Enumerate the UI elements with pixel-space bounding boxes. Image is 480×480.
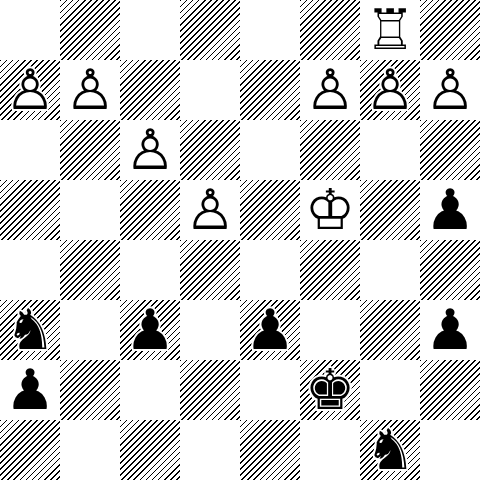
square-d7[interactable] [180, 60, 240, 120]
square-d6[interactable] [180, 120, 240, 180]
square-g2[interactable] [360, 360, 420, 420]
white-pawn-piece[interactable]: ♙ [420, 60, 480, 120]
square-c5[interactable] [120, 180, 180, 240]
square-f8[interactable] [300, 0, 360, 60]
square-h5[interactable]: ♟♟ [420, 180, 480, 240]
black-pawn-piece[interactable]: ♟ [240, 300, 300, 360]
square-c1[interactable] [120, 420, 180, 480]
square-c3[interactable]: ♟♟ [120, 300, 180, 360]
square-a4[interactable] [0, 240, 60, 300]
square-d3[interactable] [180, 300, 240, 360]
square-g7[interactable]: ♟♙ [360, 60, 420, 120]
white-pawn-piece[interactable]: ♙ [0, 60, 60, 120]
square-e5[interactable] [240, 180, 300, 240]
square-a7[interactable]: ♟♙ [0, 60, 60, 120]
square-b8[interactable] [60, 0, 120, 60]
square-g6[interactable] [360, 120, 420, 180]
square-d8[interactable] [180, 0, 240, 60]
square-b3[interactable] [60, 300, 120, 360]
square-g8[interactable]: ♜♖ [360, 0, 420, 60]
white-pawn-piece[interactable]: ♙ [300, 60, 360, 120]
square-e4[interactable] [240, 240, 300, 300]
square-b1[interactable] [60, 420, 120, 480]
square-e6[interactable] [240, 120, 300, 180]
square-h6[interactable] [420, 120, 480, 180]
square-f1[interactable] [300, 420, 360, 480]
square-c7[interactable] [120, 60, 180, 120]
white-pawn-piece[interactable]: ♙ [180, 180, 240, 240]
square-h7[interactable]: ♟♙ [420, 60, 480, 120]
square-b2[interactable] [60, 360, 120, 420]
square-f3[interactable] [300, 300, 360, 360]
square-g1[interactable]: ♞♞ [360, 420, 420, 480]
square-a8[interactable] [0, 0, 60, 60]
square-c6[interactable]: ♟♙ [120, 120, 180, 180]
white-king-piece[interactable]: ♔ [300, 180, 360, 240]
square-a2[interactable]: ♟♟ [0, 360, 60, 420]
black-pawn-piece[interactable]: ♟ [0, 360, 60, 420]
black-king-piece[interactable]: ♚ [300, 360, 360, 420]
square-c8[interactable] [120, 0, 180, 60]
square-g4[interactable] [360, 240, 420, 300]
square-h8[interactable] [420, 0, 480, 60]
black-pawn-piece[interactable]: ♟ [120, 300, 180, 360]
square-b6[interactable] [60, 120, 120, 180]
white-pawn-piece[interactable]: ♙ [360, 60, 420, 120]
square-d2[interactable] [180, 360, 240, 420]
square-h1[interactable] [420, 420, 480, 480]
square-d1[interactable] [180, 420, 240, 480]
square-f4[interactable] [300, 240, 360, 300]
square-g5[interactable] [360, 180, 420, 240]
square-b4[interactable] [60, 240, 120, 300]
square-h2[interactable] [420, 360, 480, 420]
square-a3[interactable]: ♞♞ [0, 300, 60, 360]
square-e7[interactable] [240, 60, 300, 120]
square-f5[interactable]: ♚♔ [300, 180, 360, 240]
square-h3[interactable]: ♟♟ [420, 300, 480, 360]
square-c4[interactable] [120, 240, 180, 300]
square-d4[interactable] [180, 240, 240, 300]
square-b7[interactable]: ♟♙ [60, 60, 120, 120]
square-a5[interactable] [0, 180, 60, 240]
square-a6[interactable] [0, 120, 60, 180]
chess-board: ♜♖♟♙♟♙♟♙♟♙♟♙♟♙♟♙♚♔♟♟♞♞♟♟♟♟♟♟♟♟♚♚♞♞ [0, 0, 480, 480]
square-b5[interactable] [60, 180, 120, 240]
square-f2[interactable]: ♚♚ [300, 360, 360, 420]
square-e3[interactable]: ♟♟ [240, 300, 300, 360]
white-pawn-piece[interactable]: ♙ [120, 120, 180, 180]
square-g3[interactable] [360, 300, 420, 360]
square-d5[interactable]: ♟♙ [180, 180, 240, 240]
black-pawn-piece[interactable]: ♟ [420, 180, 480, 240]
white-rook-piece[interactable]: ♖ [360, 0, 420, 60]
square-f7[interactable]: ♟♙ [300, 60, 360, 120]
black-knight-piece[interactable]: ♞ [360, 420, 420, 480]
square-e1[interactable] [240, 420, 300, 480]
black-knight-piece[interactable]: ♞ [0, 300, 60, 360]
square-e2[interactable] [240, 360, 300, 420]
square-h4[interactable] [420, 240, 480, 300]
square-c2[interactable] [120, 360, 180, 420]
black-pawn-piece[interactable]: ♟ [420, 300, 480, 360]
square-e8[interactable] [240, 0, 300, 60]
square-a1[interactable] [0, 420, 60, 480]
white-pawn-piece[interactable]: ♙ [60, 60, 120, 120]
square-f6[interactable] [300, 120, 360, 180]
